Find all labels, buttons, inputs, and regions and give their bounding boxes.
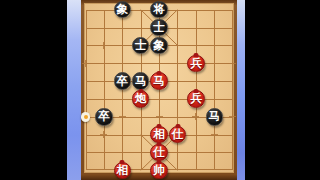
piece-red-cannon-d5[interactable]: 炮 [132, 90, 150, 108]
video-frame: 象将士士象兵卒马马炮兵卒马相仕仕相帅 [0, 0, 320, 180]
piece-glyph: 士 [153, 20, 165, 35]
piece-black-advisor-e9[interactable]: 士 [150, 19, 168, 37]
piece-glyph: 象 [117, 2, 129, 17]
piece-glyph: 相 [117, 163, 129, 178]
piece-black-soldier-b4[interactable]: 卒 [95, 108, 113, 126]
piece-black-soldier-c6[interactable]: 卒 [114, 72, 132, 90]
piece-black-horse-h4[interactable]: 马 [206, 108, 224, 126]
point-mark-i7 [229, 60, 236, 67]
point-mark-c4 [119, 113, 126, 120]
piece-glyph: 卒 [117, 74, 129, 89]
xiangqi-board: 象将士士象兵卒马马炮兵卒马相仕仕相帅 [81, 0, 237, 180]
piece-glyph: 卒 [98, 109, 110, 124]
piece-red-horse-e6[interactable]: 马 [150, 72, 168, 90]
piece-glyph: 将 [153, 2, 165, 17]
point-mark-h3 [211, 131, 218, 138]
piece-glyph: 炮 [135, 91, 147, 106]
point-mark-h8 [211, 42, 218, 49]
point-mark-e7 [156, 60, 163, 67]
board-surface: 象将士士象兵卒马马炮兵卒马相仕仕相帅 [84, 3, 234, 173]
point-mark-i4 [229, 113, 236, 120]
piece-red-elephant-c1[interactable]: 相 [114, 162, 132, 180]
point-mark-e4 [156, 113, 163, 120]
last-move-marker [81, 112, 91, 122]
piece-glyph: 仕 [153, 145, 165, 160]
piece-glyph: 兵 [190, 56, 202, 71]
piece-glyph: 象 [153, 38, 165, 53]
piece-glyph: 相 [153, 127, 165, 142]
piece-glyph: 仕 [172, 127, 184, 142]
point-mark-b3 [100, 131, 107, 138]
point-mark-a7 [82, 60, 89, 67]
piece-red-soldier-g7[interactable]: 兵 [187, 55, 205, 73]
piece-red-advisor-e2[interactable]: 仕 [150, 144, 168, 162]
piece-glyph: 帅 [153, 163, 165, 178]
piece-red-general-e1[interactable]: 帅 [150, 162, 168, 180]
point-mark-c7 [119, 60, 126, 67]
piece-red-soldier-g5[interactable]: 兵 [187, 90, 205, 108]
piece-red-elephant-e3[interactable]: 相 [150, 126, 168, 144]
background-right-bar [237, 0, 245, 180]
piece-glyph: 马 [209, 109, 221, 124]
piece-glyph: 士 [135, 38, 147, 53]
piece-glyph: 兵 [190, 91, 202, 106]
point-mark-g4 [192, 113, 199, 120]
piece-glyph: 马 [153, 74, 165, 89]
piece-black-elephant-e8[interactable]: 象 [150, 37, 168, 55]
background-left-bar [67, 0, 81, 180]
point-mark-b8 [100, 42, 107, 49]
piece-glyph: 马 [135, 74, 147, 89]
